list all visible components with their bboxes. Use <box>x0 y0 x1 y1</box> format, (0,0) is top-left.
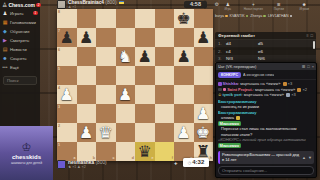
white-move[interactable]: c4 <box>226 49 258 54</box>
bottom-player-rating: (800) <box>95 160 106 165</box>
top-player-name[interactable]: ChessBrainiac4 (800) <box>68 0 124 5</box>
status-dot <box>246 15 249 18</box>
square-a8[interactable]: 8 <box>57 9 77 28</box>
square-c7[interactable] <box>96 28 116 47</box>
chesskid-tagline: шахматы для детей <box>11 161 42 165</box>
square-h6[interactable] <box>194 47 214 66</box>
square-h2[interactable]: ♚ <box>194 123 214 142</box>
Соцсеть-icon: ☻ <box>2 56 8 61</box>
live-board-chip[interactable]: KVANTIK <box>230 14 249 18</box>
sidebar-item-Ещё[interactable]: ••• Ещё <box>0 63 40 72</box>
pinned-text: А конкурсов нема <box>243 73 274 77</box>
chat-badge-icon <box>218 82 222 86</box>
square-a3[interactable]: 3 <box>57 104 77 123</box>
moves-panel: Ферзевый гамбит ≡ □ 1. d4 d52. c4 e63. N… <box>215 32 316 62</box>
Смотреть-icon: ▶ <box>2 38 8 43</box>
square-g2[interactable]: ♟ <box>174 123 194 142</box>
white-move[interactable]: Nf3 <box>226 56 258 61</box>
square-f6[interactable] <box>155 47 175 66</box>
game-panel-tabs: ♟ Игра+ Новая партия≣ Партии☻ Игроки <box>215 1 317 12</box>
black-move[interactable]: Nf6 <box>258 56 290 61</box>
sidebar-item-Головоломки[interactable]: ▦ Головоломки <box>0 18 40 27</box>
white-move[interactable]: d4 <box>226 41 258 46</box>
chat-username[interactable]: Максимко <box>218 143 241 148</box>
crown-badge-icon: ♔ <box>218 93 221 97</box>
Играть-icon: ♟ <box>2 11 8 16</box>
expand-icon[interactable]: □ <box>311 33 313 38</box>
square-e6[interactable]: ♟ <box>135 47 155 66</box>
move-list: 1. d4 d52. c4 e63. Nf3 Nf6 <box>215 40 316 62</box>
top-player-rating: (800) <box>105 0 116 5</box>
square-d5[interactable] <box>116 66 136 85</box>
sidebar-item-Соцсеть[interactable]: ☻ Соцсеть <box>0 54 40 63</box>
bottom-captured-pieces: ♞ ×1 ♟ ×2 <box>68 165 107 169</box>
rank-label: 1 <box>58 143 60 147</box>
rank-label: 2 <box>58 124 60 128</box>
black-move[interactable]: d5 <box>258 41 290 46</box>
square-a4[interactable]: 4♟ <box>57 85 77 104</box>
moves-scrollbar[interactable] <box>313 41 315 49</box>
chat-emote-icon <box>236 116 240 120</box>
logo-text: Chess.com <box>8 2 35 8</box>
square-c5[interactable] <box>96 66 116 85</box>
clock-icon: ◷ <box>188 160 192 165</box>
rank-label: 5 <box>58 67 60 71</box>
chat-badge-icon <box>223 88 227 92</box>
live-board-chip[interactable]: Zhenya <box>250 14 266 18</box>
chat-emote-icon <box>283 82 287 86</box>
bottom-player-avatar[interactable] <box>57 160 66 169</box>
square-b5[interactable] <box>77 66 97 85</box>
square-d2[interactable] <box>116 123 136 142</box>
white-knight[interactable]: ♞ <box>116 47 136 66</box>
chat-username[interactable]: Shishka <box>223 81 238 86</box>
square-f3[interactable] <box>155 104 175 123</box>
square-g7[interactable] <box>174 28 194 47</box>
sidebar-item-Новости[interactable]: ▤ Новости <box>0 45 40 54</box>
tab-Партии[interactable]: ≣ Партии <box>266 1 292 12</box>
square-e5[interactable] <box>135 66 155 85</box>
square-d6[interactable]: ♞ <box>116 47 136 66</box>
square-b4[interactable] <box>77 85 97 104</box>
square-e8[interactable] <box>135 9 155 28</box>
upvote-icon[interactable]: ▲ <box>302 155 306 160</box>
nav-badge: 1 <box>33 11 38 16</box>
square-c1[interactable]: c <box>96 142 116 161</box>
sidebar-item-Играть[interactable]: ♟ Играть1 <box>0 9 40 18</box>
white-pawn[interactable]: ♟ <box>194 104 214 123</box>
square-b3[interactable] <box>77 104 97 123</box>
square-h4[interactable] <box>194 85 214 104</box>
chat-maximize-icon[interactable]: □ <box>307 64 309 70</box>
chat-input[interactable]: Отправить сообщение... <box>218 166 314 175</box>
square-h3[interactable]: ♟ <box>194 104 214 123</box>
bottom-player-bar: nesmashka (800) ♞ ×1 ♟ ×2 + ◷4:32 <box>57 160 213 170</box>
square-e3[interactable] <box>135 104 155 123</box>
white-pawn[interactable]: ♟ <box>174 123 194 142</box>
square-a1[interactable]: 1a <box>57 142 77 161</box>
white-pawn[interactable]: ♟ <box>77 123 97 142</box>
square-d3[interactable] <box>116 104 136 123</box>
square-b2[interactable]: ♟ <box>77 123 97 142</box>
square-g4[interactable] <box>174 85 194 104</box>
square-a7[interactable]: 7♟ <box>57 28 77 47</box>
highlighted-message: Революционер/Большевик — красный дед в 1… <box>218 151 314 164</box>
chat-message: ♔tymik yort: мартышка на «вжжж» ×3 <box>218 92 314 99</box>
square-e2[interactable] <box>135 123 155 142</box>
black-pawn[interactable]: ♟ <box>135 47 155 66</box>
square-h8[interactable] <box>194 9 214 28</box>
moves-header: Ферзевый гамбит ≡ □ <box>215 32 316 40</box>
square-e4[interactable] <box>135 85 155 104</box>
sidebar: ♙ Chess.com 2 ♟ Играть1▦ Головоломки◆ Об… <box>0 0 40 126</box>
square-b7[interactable]: ♟ <box>77 28 97 47</box>
square-b6[interactable] <box>77 47 97 66</box>
tab-icon: + <box>252 2 255 7</box>
black-pawn[interactable]: ♟ <box>57 28 77 47</box>
sidebar-nav: ♟ Играть1▦ Головоломки◆ Обучение▶ Смотре… <box>0 9 40 72</box>
sidebar-item-Смотреть[interactable]: ▶ Смотреть <box>0 36 40 45</box>
chat-menu-icon[interactable]: ☰ <box>302 64 306 70</box>
chat-titlebar[interactable]: Чат (VK переводчик) ☰ □ × <box>216 63 316 70</box>
square-c8[interactable] <box>96 9 116 28</box>
rank-label: 6 <box>58 48 60 52</box>
opening-name[interactable]: Ферзевый гамбит <box>218 33 304 38</box>
square-d7[interactable] <box>116 28 136 47</box>
live-boards-strip: buryaKVANTIKZhenyaLEV1ATHAN <box>215 13 317 19</box>
square-f1[interactable]: f <box>155 142 175 161</box>
stream-chat-window: Чат (VK переводчик) ☰ □ × КОНКУРС А конк… <box>215 62 317 178</box>
square-b8[interactable] <box>77 9 97 28</box>
app-window: ♙ Chess.com 2 ♟ Играть1▦ Головоломки◆ Об… <box>0 0 320 180</box>
chat-message: парадокс <box>218 148 314 150</box>
square-e1[interactable]: e♛ <box>135 142 155 161</box>
square-c6[interactable] <box>96 47 116 66</box>
live-board-chip[interactable]: burya <box>215 14 228 18</box>
square-c2[interactable]: ♛ <box>96 123 116 142</box>
square-a6[interactable]: 6 <box>57 47 77 66</box>
square-c4[interactable] <box>96 85 116 104</box>
square-b1[interactable]: b <box>77 142 97 161</box>
square-a2[interactable]: 2 <box>57 123 77 142</box>
square-g8[interactable]: ♚ <box>174 9 194 28</box>
downvote-icon[interactable]: ▼ <box>308 155 312 160</box>
chat-username[interactable]: tymik yort <box>222 92 241 97</box>
chat-title: Чат (VK переводчик) <box>218 64 300 69</box>
black-pawn[interactable]: ♟ <box>77 28 97 47</box>
square-d8[interactable] <box>116 9 136 28</box>
tab-icon: ☻ <box>302 2 307 7</box>
contest-button[interactable]: КОНКУРС <box>218 72 241 78</box>
square-f5[interactable] <box>155 66 175 85</box>
square-a5[interactable]: 5 <box>57 66 77 85</box>
black-queen[interactable]: ♛ <box>135 142 155 161</box>
tab-Новая партия[interactable]: + Новая партия <box>241 1 267 12</box>
square-g3[interactable] <box>174 104 194 123</box>
black-king[interactable]: ♚ <box>174 9 194 28</box>
black-pawn[interactable]: ♟ <box>174 47 194 66</box>
sidebar-item-Обучение[interactable]: ◆ Обучение <box>0 27 40 36</box>
status-dot <box>225 15 228 18</box>
white-pawn[interactable]: ♟ <box>116 85 136 104</box>
chat-emote-icon <box>297 88 301 92</box>
chesskid-brand: chesskids <box>12 154 41 160</box>
black-move[interactable]: e6 <box>258 49 290 54</box>
chat-message: Пересказ стал лишь на заключительном пол… <box>218 126 314 137</box>
Обучение-icon: ◆ <box>2 29 8 34</box>
highlighted-message-text: Революционер/Большевик — красный дед в 1… <box>222 153 300 162</box>
rank-label: 3 <box>58 105 60 109</box>
search-input[interactable]: Поиск <box>3 76 37 85</box>
chat-system-message: «КОНКУРС» личный приз образца автошколы <box>218 137 314 143</box>
chat-close-icon[interactable]: × <box>312 64 314 70</box>
move-row: 1. d4 d5 <box>215 40 316 47</box>
square-f8[interactable] <box>155 9 175 28</box>
square-h7[interactable]: ♟ <box>194 28 214 47</box>
tab-Игра[interactable]: ♟ Игра <box>215 1 241 12</box>
chess-board[interactable]: 8♚7♟♟♟6♞♟♟54♟♟3♟2♟♛♟♚1abcde♛fgh♜ <box>57 9 213 161</box>
square-g6[interactable]: ♟ <box>174 47 194 66</box>
square-f7[interactable] <box>155 28 175 47</box>
black-pawn[interactable]: ♟ <box>194 28 214 47</box>
status-dot <box>290 15 293 18</box>
square-c3[interactable] <box>96 104 116 123</box>
square-g5[interactable] <box>174 66 194 85</box>
black-clock: 4:58 <box>184 1 207 8</box>
move-row: 2. c4 e6 <box>215 47 316 54</box>
pinned-announcement: КОНКУРС А конкурсов нема <box>216 70 316 80</box>
chat-username[interactable]: Быстрорамзанчику <box>218 110 257 115</box>
rank-label: 8 <box>58 10 60 14</box>
chesskid-king-icon: ♔ <box>22 142 32 153</box>
country-flag-icon <box>119 1 124 4</box>
chat-username[interactable]: Быстрорамзанчику <box>218 99 257 104</box>
notification-badge[interactable]: 2 <box>36 3 41 8</box>
square-f4[interactable] <box>155 85 175 104</box>
square-h5[interactable] <box>194 66 214 85</box>
Ещё-icon: ••• <box>2 65 8 70</box>
chesscom-logo[interactable]: ♙ Chess.com 2 <box>0 0 40 9</box>
chat-username[interactable]: Максимко <box>218 121 241 126</box>
white-clock: + ◷4:32 <box>183 158 209 167</box>
live-board-chip[interactable]: LEV1ATHAN <box>268 14 292 18</box>
tab-icon: ≣ <box>277 2 281 7</box>
square-d4[interactable]: ♟ <box>116 85 136 104</box>
top-player-avatar[interactable] <box>57 0 66 9</box>
tab-Игроки[interactable]: ☻ Игроки <box>292 1 318 12</box>
white-queen[interactable]: ♛ <box>96 123 116 142</box>
Головоломки-icon: ▦ <box>2 20 8 25</box>
pawn-logo-icon: ♙ <box>2 2 7 8</box>
openings-book-icon[interactable]: ≡ <box>306 33 308 38</box>
square-e7[interactable] <box>135 28 155 47</box>
status-dot <box>263 15 266 18</box>
chat-emote-icon <box>286 93 290 97</box>
chat-username[interactable]: Saint Project. <box>227 87 253 92</box>
chesskid-ad-banner[interactable]: ♔ chesskids шахматы для детей <box>0 126 53 180</box>
chat-message-list[interactable]: Shishka: мартышка на «вжжж» ×3Saint Proj… <box>216 80 316 150</box>
add-time-icon[interactable]: + <box>174 159 178 168</box>
square-d1[interactable]: d <box>116 142 136 161</box>
square-f2[interactable] <box>155 123 175 142</box>
Новости-icon: ▤ <box>2 47 8 52</box>
white-king[interactable]: ♚ <box>194 123 214 142</box>
tab-icon: ♟ <box>226 2 230 7</box>
white-pawn[interactable]: ♟ <box>57 85 77 104</box>
chat-badge-icon <box>218 88 222 92</box>
